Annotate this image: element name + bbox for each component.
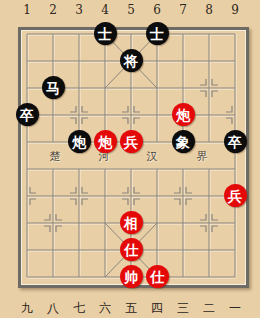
piece-red-cannon[interactable]: 炮 (172, 103, 195, 126)
piece-black-cannon[interactable]: 炮 (68, 130, 91, 153)
file-label-top: 5 (118, 2, 144, 18)
piece-black-general[interactable]: 将 (120, 49, 143, 72)
file-label-top: 1 (14, 2, 40, 18)
piece-black-advisor[interactable]: 士 (94, 22, 117, 45)
file-label-top: 8 (196, 2, 222, 18)
file-label-top: 6 (144, 2, 170, 18)
file-label-bottom: 三 (170, 300, 196, 317)
piece-black-horse[interactable]: 马 (42, 76, 65, 99)
file-label-bottom: 一 (222, 300, 248, 317)
file-label-bottom: 六 (92, 300, 118, 317)
piece-black-pawn[interactable]: 卒 (16, 103, 39, 126)
file-label-top: 9 (222, 2, 248, 18)
piece-red-pawn[interactable]: 兵 (224, 184, 247, 207)
piece-red-elephant[interactable]: 相 (120, 211, 143, 234)
file-label-bottom: 八 (40, 300, 66, 317)
file-labels-bottom: 九 八 七 六 五 四 三 二 一 (14, 300, 248, 316)
piece-black-pawn[interactable]: 卒 (224, 130, 247, 153)
piece-red-general[interactable]: 帅 (120, 265, 143, 288)
piece-black-advisor[interactable]: 士 (146, 22, 169, 45)
file-label-bottom: 七 (66, 300, 92, 317)
file-label-bottom: 四 (144, 300, 170, 317)
file-label-bottom: 九 (14, 300, 40, 317)
file-label-bottom: 二 (196, 300, 222, 317)
file-label-top: 3 (66, 2, 92, 18)
piece-red-advisor[interactable]: 仕 (120, 238, 143, 261)
file-labels-top: 1 2 3 4 5 6 7 8 9 (14, 2, 248, 18)
piece-red-advisor[interactable]: 仕 (146, 265, 169, 288)
piece-red-pawn[interactable]: 兵 (120, 130, 143, 153)
piece-black-elephant[interactable]: 象 (172, 130, 195, 153)
xiangqi-board: 1 2 3 4 5 6 7 8 9 楚 河 汉 界 士 士 将 马 卒 炮 炮 … (0, 0, 260, 318)
piece-layer: 士 士 将 马 卒 炮 炮 炮 兵 象 卒 兵 相 仕 帅 仕 (14, 20, 248, 290)
piece-red-cannon[interactable]: 炮 (94, 130, 117, 153)
file-label-top: 2 (40, 2, 66, 18)
file-label-top: 7 (170, 2, 196, 18)
file-label-top: 4 (92, 2, 118, 18)
file-label-bottom: 五 (118, 300, 144, 317)
